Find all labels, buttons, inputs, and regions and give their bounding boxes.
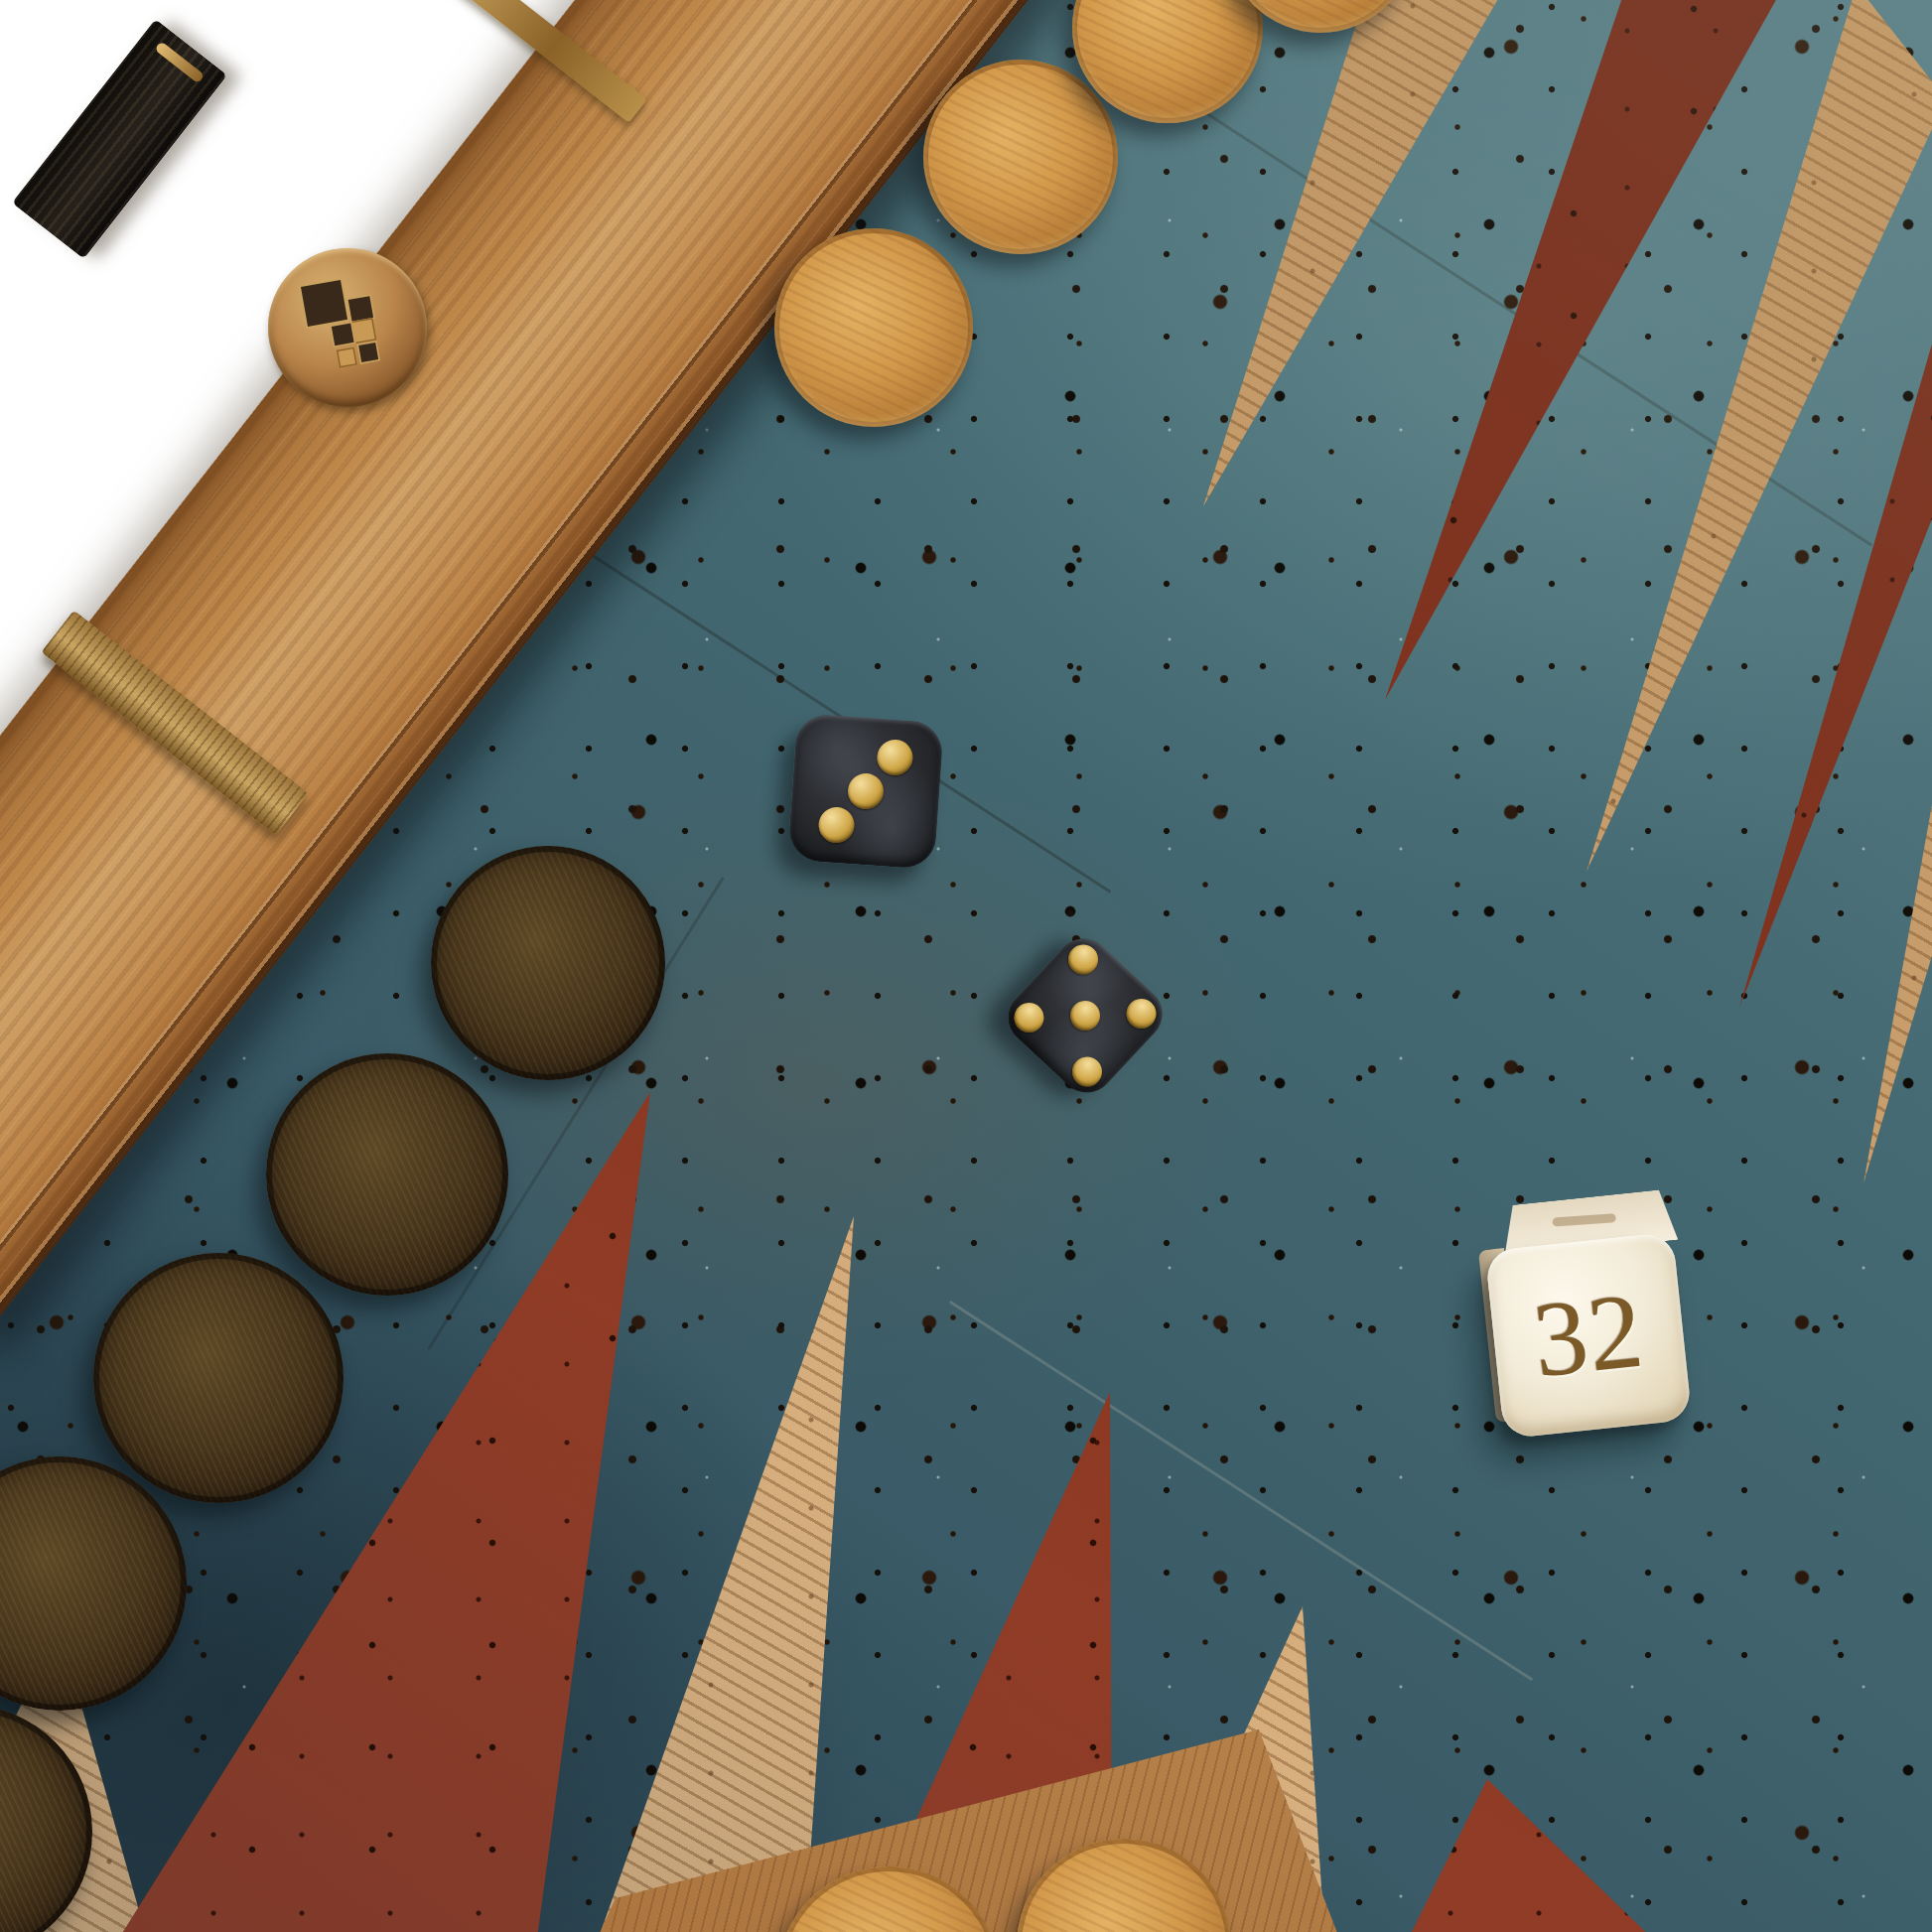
die-pip bbox=[847, 772, 885, 810]
doubling-cube-engraving-sliver bbox=[1552, 1213, 1615, 1226]
checker-dark-3[interactable] bbox=[93, 1253, 344, 1503]
die-pip bbox=[818, 805, 856, 843]
doubling-cube[interactable]: 32 bbox=[1485, 1232, 1693, 1440]
die-pip bbox=[1008, 997, 1049, 1038]
doubling-cube-value: 32 bbox=[1528, 1269, 1649, 1403]
brand-medallion bbox=[268, 248, 427, 407]
die-pip bbox=[1066, 1051, 1108, 1093]
die-pip bbox=[1062, 938, 1104, 980]
die-pip bbox=[876, 739, 913, 776]
checker-dark-2[interactable] bbox=[266, 1053, 508, 1296]
backgammon-photo-scene: 32 bbox=[0, 0, 1932, 1932]
die-pip bbox=[1121, 993, 1163, 1035]
die-showing-3[interactable] bbox=[787, 713, 944, 870]
die-pip bbox=[1064, 995, 1106, 1036]
checkered-logo-icon bbox=[289, 269, 406, 386]
checker-light-top-1[interactable] bbox=[774, 228, 973, 427]
checker-dark-1[interactable] bbox=[431, 846, 665, 1080]
checker-light-top-2[interactable] bbox=[923, 60, 1118, 254]
